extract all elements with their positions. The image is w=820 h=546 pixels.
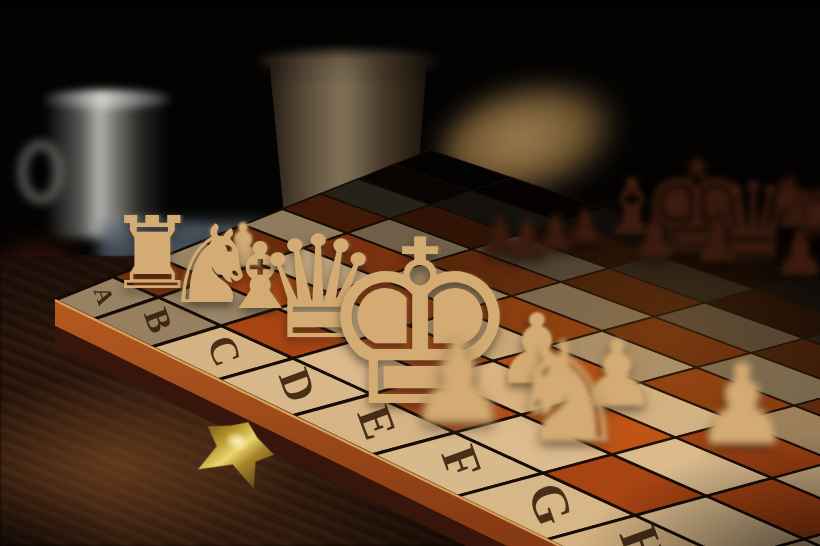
chess-board: ABCDEFGH1 xyxy=(0,0,820,546)
chess-photo-scene: ABCDEFGH1 ♜♞♟♝♛♚♟♟♞♟♟♝♚♛♟♟♟♟♟♟♟♞♜ xyxy=(0,0,820,546)
